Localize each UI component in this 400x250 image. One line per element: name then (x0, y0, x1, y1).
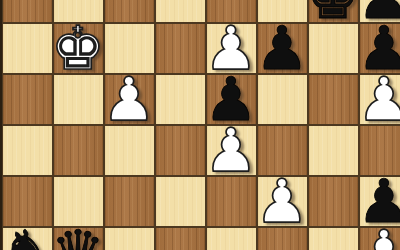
square-e4[interactable] (206, 176, 257, 227)
square-g8[interactable]: ♚ (308, 0, 359, 23)
square-e5[interactable]: ♟ (206, 125, 257, 176)
square-h3[interactable]: ♟ (359, 227, 400, 250)
square-g7[interactable] (308, 23, 359, 74)
square-b7[interactable]: ♚ (53, 23, 104, 74)
white-pawn[interactable]: ♟ (204, 125, 258, 176)
square-a5[interactable] (2, 125, 53, 176)
square-g4[interactable] (308, 176, 359, 227)
square-f6[interactable] (257, 74, 308, 125)
square-e3[interactable] (206, 227, 257, 250)
square-f4[interactable]: ♟ (257, 176, 308, 227)
square-c5[interactable] (104, 125, 155, 176)
chess-board-viewport: ♚♟♚♟♟♟♟♟♟♟♟♟♞♛♟ (0, 0, 400, 250)
square-a8[interactable] (2, 0, 53, 23)
square-a7[interactable] (2, 23, 53, 74)
square-g3[interactable] (308, 227, 359, 250)
square-g6[interactable] (308, 74, 359, 125)
white-pawn[interactable]: ♟ (357, 227, 400, 250)
square-g5[interactable] (308, 125, 359, 176)
square-a6[interactable] (2, 74, 53, 125)
white-pawn[interactable]: ♟ (102, 74, 156, 125)
square-d5[interactable] (155, 125, 206, 176)
square-h6[interactable]: ♟ (359, 74, 400, 125)
square-b3[interactable]: ♛ (53, 227, 104, 250)
board-left-edge (0, 0, 2, 250)
square-c3[interactable] (104, 227, 155, 250)
white-king[interactable]: ♚ (51, 23, 105, 74)
white-pawn[interactable]: ♟ (255, 176, 309, 227)
square-f7[interactable]: ♟ (257, 23, 308, 74)
square-b6[interactable] (53, 74, 104, 125)
white-pawn[interactable]: ♟ (357, 74, 400, 125)
square-d3[interactable] (155, 227, 206, 250)
black-pawn[interactable]: ♟ (255, 23, 309, 74)
black-king[interactable]: ♚ (306, 0, 360, 23)
square-a3[interactable]: ♞ (2, 227, 53, 250)
square-c4[interactable] (104, 176, 155, 227)
black-queen[interactable]: ♛ (51, 227, 105, 250)
black-knight[interactable]: ♞ (0, 227, 54, 250)
square-d6[interactable] (155, 74, 206, 125)
square-d8[interactable] (155, 0, 206, 23)
square-c8[interactable] (104, 0, 155, 23)
square-f3[interactable] (257, 227, 308, 250)
square-d4[interactable] (155, 176, 206, 227)
square-c6[interactable]: ♟ (104, 74, 155, 125)
square-b5[interactable] (53, 125, 104, 176)
chess-board: ♚♟♚♟♟♟♟♟♟♟♟♟♞♛♟ (2, 0, 400, 250)
square-d7[interactable] (155, 23, 206, 74)
